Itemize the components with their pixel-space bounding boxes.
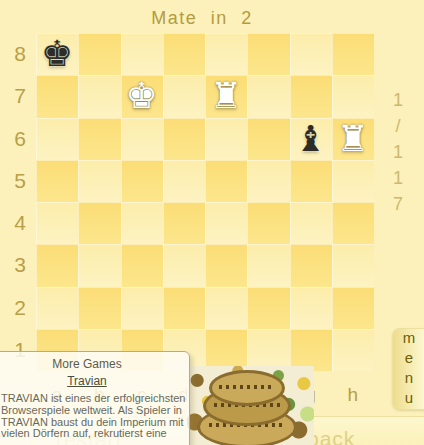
- square-a8[interactable]: ♚: [36, 33, 78, 75]
- square-d6[interactable]: [163, 118, 205, 160]
- square-g4[interactable]: [290, 202, 332, 244]
- rank-label-4: 4: [0, 202, 30, 244]
- rank-label-2: 2: [0, 287, 30, 329]
- piece-white-rook[interactable]: ♜: [337, 121, 369, 157]
- menu-button[interactable]: menu: [392, 328, 424, 410]
- square-b5[interactable]: [78, 160, 120, 202]
- square-e4[interactable]: [205, 202, 247, 244]
- chess-board: ♚♚♜♝♜: [36, 33, 374, 371]
- square-a6[interactable]: [36, 118, 78, 160]
- piece-white-rook[interactable]: ♜: [210, 78, 242, 114]
- square-f5[interactable]: [247, 160, 289, 202]
- rank-label-8: 8: [0, 33, 30, 75]
- square-f8[interactable]: [247, 33, 289, 75]
- square-d3[interactable]: [163, 244, 205, 286]
- square-f7[interactable]: [247, 75, 289, 117]
- square-d4[interactable]: [163, 202, 205, 244]
- square-f2[interactable]: [247, 287, 289, 329]
- square-c3[interactable]: [121, 244, 163, 286]
- popup-title: More Games: [0, 357, 189, 371]
- piece-black-king[interactable]: ♚: [41, 36, 73, 72]
- square-g6[interactable]: ♝: [290, 118, 332, 160]
- page-title: Mate in 2: [0, 8, 404, 29]
- square-f3[interactable]: [247, 244, 289, 286]
- popup-body-text: TRAVIAN ist eines der erfolgreichsten Br…: [0, 393, 189, 440]
- square-c6[interactable]: [121, 118, 163, 160]
- square-h3[interactable]: [332, 244, 374, 286]
- square-a7[interactable]: [36, 75, 78, 117]
- square-b4[interactable]: [78, 202, 120, 244]
- puzzle-counter: 1/117: [382, 90, 408, 230]
- square-e1[interactable]: [205, 329, 247, 371]
- square-e7[interactable]: ♜: [205, 75, 247, 117]
- square-d8[interactable]: [163, 33, 205, 75]
- square-h2[interactable]: [332, 287, 374, 329]
- rank-label-3: 3: [0, 244, 30, 286]
- rank-labels: 87654321: [0, 33, 30, 371]
- square-h7[interactable]: [332, 75, 374, 117]
- colosseum-art: [209, 370, 285, 406]
- square-c8[interactable]: [121, 33, 163, 75]
- square-a5[interactable]: [36, 160, 78, 202]
- square-b7[interactable]: [78, 75, 120, 117]
- more-games-popup: More Games Travian TRAVIAN ist eines der…: [0, 351, 190, 445]
- square-d2[interactable]: [163, 287, 205, 329]
- square-a4[interactable]: [36, 202, 78, 244]
- square-c7[interactable]: ♚: [121, 75, 163, 117]
- rank-label-5: 5: [0, 160, 30, 202]
- square-e2[interactable]: [205, 287, 247, 329]
- square-a2[interactable]: [36, 287, 78, 329]
- square-d5[interactable]: [163, 160, 205, 202]
- square-b6[interactable]: [78, 118, 120, 160]
- chess-puzzle-app: Mate in 2 87654321 ♚♚♜♝♜ abcdefgh 1/117 …: [0, 0, 424, 445]
- back-button[interactable]: back: [296, 416, 424, 445]
- square-h8[interactable]: [332, 33, 374, 75]
- square-f6[interactable]: [247, 118, 289, 160]
- square-g5[interactable]: [290, 160, 332, 202]
- square-d7[interactable]: [163, 75, 205, 117]
- square-e5[interactable]: [205, 160, 247, 202]
- square-g3[interactable]: [290, 244, 332, 286]
- square-f1[interactable]: [247, 329, 289, 371]
- square-c2[interactable]: [121, 287, 163, 329]
- square-g1[interactable]: [290, 329, 332, 371]
- square-e8[interactable]: [205, 33, 247, 75]
- square-h6[interactable]: ♜: [332, 118, 374, 160]
- travian-ad-image[interactable]: [187, 366, 314, 445]
- square-g2[interactable]: [290, 287, 332, 329]
- square-h1[interactable]: [332, 329, 374, 371]
- square-b3[interactable]: [78, 244, 120, 286]
- file-label-h: h: [332, 381, 374, 409]
- square-g8[interactable]: [290, 33, 332, 75]
- rank-label-7: 7: [0, 75, 30, 117]
- square-e3[interactable]: [205, 244, 247, 286]
- rank-label-6: 6: [0, 118, 30, 160]
- square-h5[interactable]: [332, 160, 374, 202]
- piece-black-bishop[interactable]: ♝: [294, 121, 326, 157]
- square-c5[interactable]: [121, 160, 163, 202]
- square-b2[interactable]: [78, 287, 120, 329]
- square-b8[interactable]: [78, 33, 120, 75]
- travian-link[interactable]: Travian: [0, 374, 189, 388]
- square-g7[interactable]: [290, 75, 332, 117]
- square-c4[interactable]: [121, 202, 163, 244]
- square-h4[interactable]: [332, 202, 374, 244]
- piece-white-king[interactable]: ♚: [125, 78, 157, 114]
- square-e6[interactable]: [205, 118, 247, 160]
- square-f4[interactable]: [247, 202, 289, 244]
- square-a3[interactable]: [36, 244, 78, 286]
